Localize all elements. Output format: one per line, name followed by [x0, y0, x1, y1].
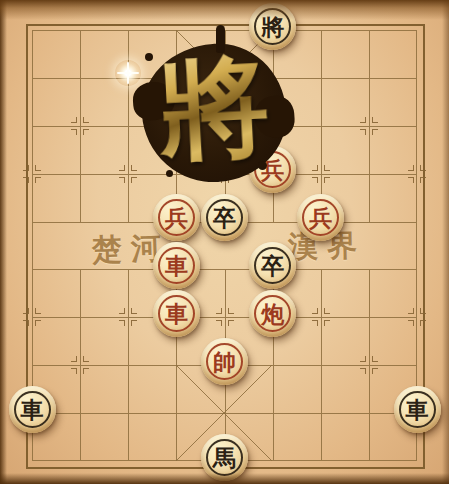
point-marker-corner: [71, 117, 77, 123]
board-cell: [80, 413, 128, 461]
board-cell: [273, 413, 321, 461]
point-marker-corner: [216, 308, 222, 314]
board-cell: [80, 30, 128, 78]
piece-black-soldier[interactable]: 卒: [249, 242, 296, 289]
board-cell: [32, 222, 80, 270]
point-marker-corner: [372, 129, 378, 135]
xiangqi-app-screen: { "game": "xiangqi", "position": { "fen"…: [0, 0, 449, 484]
point-marker-corner: [228, 308, 234, 314]
point-marker: [71, 117, 89, 135]
point-marker-corner: [119, 165, 125, 171]
point-marker-corner: [324, 177, 330, 183]
point-marker-corner: [35, 320, 41, 326]
piece-red-cannon[interactable]: 炮: [249, 290, 296, 337]
point-marker-corner: [119, 177, 125, 183]
board-cell: [321, 413, 369, 461]
point-marker: [119, 308, 137, 326]
piece-character: 車: [9, 386, 56, 433]
point-marker-corner: [23, 177, 29, 183]
point-marker-corner: [312, 177, 318, 183]
point-marker-corner: [71, 356, 77, 362]
point-marker: [71, 356, 89, 374]
point-marker-corner: [83, 356, 89, 362]
point-marker: [312, 165, 330, 183]
board-cell: [369, 222, 417, 270]
board-cell: [128, 365, 176, 413]
piece-red-general[interactable]: 帥: [201, 338, 248, 385]
point-marker: [216, 308, 234, 326]
point-marker: [360, 356, 378, 374]
piece-red-soldier[interactable]: 兵: [297, 194, 344, 241]
point-marker: [408, 165, 426, 183]
point-marker-corner: [216, 320, 222, 326]
point-marker-corner: [119, 320, 125, 326]
piece-character: 車: [394, 386, 441, 433]
piece-character: 車: [153, 242, 200, 289]
piece-red-soldier[interactable]: 兵: [153, 194, 200, 241]
point-marker-corner: [216, 165, 222, 171]
point-marker-corner: [420, 308, 426, 314]
point-marker-corner: [360, 368, 366, 374]
point-marker-corner: [71, 129, 77, 135]
point-marker: [360, 117, 378, 135]
point-marker-corner: [119, 308, 125, 314]
point-marker-corner: [23, 165, 29, 171]
point-marker-corner: [312, 308, 318, 314]
point-marker-corner: [360, 129, 366, 135]
piece-character: 將: [249, 3, 296, 50]
piece-character: 卒: [249, 242, 296, 289]
point-marker-corner: [420, 177, 426, 183]
piece-character: 車: [153, 290, 200, 337]
point-marker: [119, 165, 137, 183]
point-marker-corner: [131, 177, 137, 183]
piece-character: 馬: [201, 434, 248, 481]
piece-character: 馬: [153, 98, 200, 145]
piece-character: 兵: [153, 194, 200, 241]
point-marker-corner: [360, 356, 366, 362]
board-cell: [321, 30, 369, 78]
piece-black-horse[interactable]: 馬: [201, 434, 248, 481]
board-cell: [273, 365, 321, 413]
piece-black-soldier[interactable]: 卒: [201, 194, 248, 241]
point-marker-corner: [312, 320, 318, 326]
point-marker-corner: [372, 356, 378, 362]
point-marker: [312, 308, 330, 326]
point-marker-corner: [35, 177, 41, 183]
point-marker-corner: [360, 117, 366, 123]
point-marker-corner: [324, 320, 330, 326]
point-marker-corner: [23, 308, 29, 314]
piece-character: 兵: [249, 146, 296, 193]
piece-character: 兵: [297, 194, 344, 241]
piece-red-chariot[interactable]: 車: [153, 290, 200, 337]
point-marker-corner: [83, 129, 89, 135]
point-marker-corner: [228, 320, 234, 326]
point-marker-corner: [35, 308, 41, 314]
point-marker-corner: [131, 308, 137, 314]
board-cell: [369, 30, 417, 78]
board-cell: [273, 78, 321, 126]
piece-character: 馬: [201, 98, 248, 145]
piece-black-chariot[interactable]: 車: [9, 386, 56, 433]
piece-character: 卒: [201, 194, 248, 241]
point-marker-corner: [228, 177, 234, 183]
point-marker-corner: [131, 320, 137, 326]
point-marker-corner: [83, 117, 89, 123]
point-marker-corner: [408, 308, 414, 314]
point-marker-corner: [312, 165, 318, 171]
point-marker-corner: [216, 177, 222, 183]
point-marker: [216, 165, 234, 183]
piece-black-general[interactable]: 將: [249, 3, 296, 50]
point-marker-corner: [420, 165, 426, 171]
board-cell: [128, 413, 176, 461]
piece-character: 帥: [201, 338, 248, 385]
point-marker-corner: [83, 368, 89, 374]
piece-red-chariot[interactable]: 車: [153, 242, 200, 289]
point-marker-corner: [35, 165, 41, 171]
piece-red-horse[interactable]: 馬: [153, 98, 200, 145]
point-marker-corner: [408, 320, 414, 326]
board-cell: [128, 30, 176, 78]
point-marker: [408, 308, 426, 326]
board-cell: [32, 30, 80, 78]
point-marker-corner: [324, 165, 330, 171]
point-marker-corner: [324, 308, 330, 314]
point-marker-corner: [372, 368, 378, 374]
piece-black-chariot[interactable]: 車: [394, 386, 441, 433]
point-marker-corner: [228, 165, 234, 171]
point-marker-corner: [420, 320, 426, 326]
point-marker-corner: [23, 320, 29, 326]
point-marker: [23, 308, 41, 326]
piece-red-soldier[interactable]: 兵: [249, 146, 296, 193]
piece-character: 炮: [249, 290, 296, 337]
point-marker-corner: [408, 165, 414, 171]
point-marker-corner: [372, 117, 378, 123]
piece-red-horse[interactable]: 馬: [201, 98, 248, 145]
point-marker-corner: [71, 368, 77, 374]
point-marker-corner: [408, 177, 414, 183]
point-marker: [23, 165, 41, 183]
point-marker-corner: [131, 165, 137, 171]
